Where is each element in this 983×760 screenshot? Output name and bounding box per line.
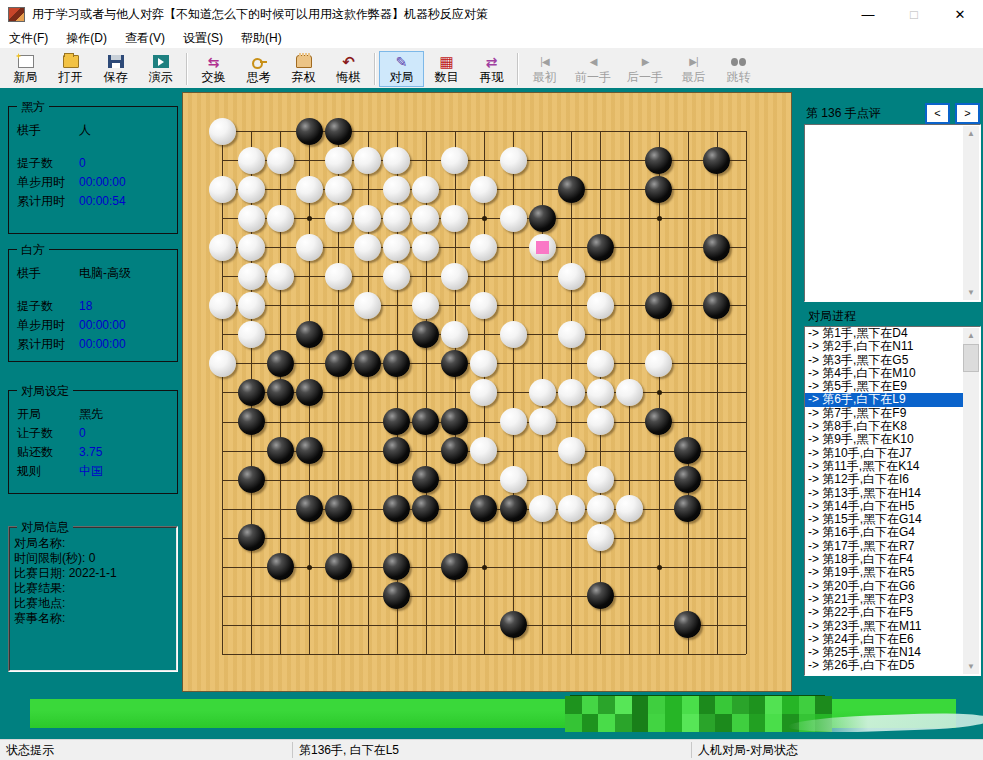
black-stone <box>587 582 614 609</box>
black-stone <box>645 292 672 319</box>
black-stone <box>267 553 294 580</box>
star-point <box>482 565 487 570</box>
go-board[interactable] <box>182 92 792 692</box>
black-stone <box>412 408 439 435</box>
swap-button[interactable]: ⇆交换 <box>191 51 236 87</box>
move-list-item[interactable]: -> 第7手,黑下在F9 <box>805 407 963 420</box>
white-stone <box>296 234 323 261</box>
black-stone <box>674 611 701 638</box>
last-move-marker <box>536 241 549 254</box>
black-stone <box>383 437 410 464</box>
menu-bar: 文件(F)操作(D)查看(V)设置(S)帮助(H) <box>0 28 983 49</box>
move-list-item[interactable]: -> 第21手,黑下在P3 <box>805 593 963 606</box>
first-move-button[interactable]: |◀最初 <box>522 51 567 87</box>
black-stone <box>325 118 352 145</box>
play-game-button[interactable]: ✎对局 <box>379 51 424 87</box>
demo-icon <box>153 53 169 70</box>
move-review-title: 第 136 手点评 <box>806 105 881 122</box>
field-label: 单步用时 <box>17 316 79 335</box>
new-game-button[interactable]: 新局 <box>3 51 48 87</box>
white-stone <box>238 234 265 261</box>
field-label: 开局 <box>17 405 79 424</box>
white-stone <box>587 292 614 319</box>
undo-button[interactable]: ↶悔棋 <box>326 51 371 87</box>
review-next-button[interactable]: > <box>955 103 980 124</box>
white-player-groupbox: 白方 棋手电脑-高级提子数18单步用时00:00:00累计用时00:00:00 <box>8 249 178 362</box>
review-prev-button[interactable]: < <box>925 103 950 124</box>
field-label: 让子数 <box>17 424 79 443</box>
black-stone <box>325 350 352 377</box>
toolbar-button-label: 交换 <box>202 71 226 84</box>
first-move-icon: |◀ <box>540 53 548 70</box>
move-list-item[interactable]: -> 第10手,白下在J7 <box>805 447 963 460</box>
field-value: 0 <box>79 424 86 443</box>
toolbar-button-label: 对局 <box>390 71 414 84</box>
move-list-item[interactable]: -> 第2手,白下在N11 <box>805 340 963 353</box>
game-info-line: 对局名称: <box>14 536 172 551</box>
black-stone <box>500 495 527 522</box>
think-key-button[interactable]: 思考 <box>236 51 281 87</box>
play-game-icon: ✎ <box>396 53 408 70</box>
move-list-item[interactable]: -> 第24手,白下在E6 <box>805 633 963 646</box>
think-key-icon <box>251 53 267 70</box>
black-stone <box>296 118 323 145</box>
scrollbar-thumb[interactable] <box>963 344 979 372</box>
black-stone <box>325 553 352 580</box>
menu-item-帮[interactable]: 帮助(H) <box>232 28 291 49</box>
black-stone <box>238 466 265 493</box>
status-mode: 人机对局-对局状态 <box>692 742 804 759</box>
white-stone <box>325 147 352 174</box>
field-label: 提子数 <box>17 154 79 173</box>
move-comment-box[interactable]: ▲ ▼ <box>804 124 981 302</box>
game-settings-groupbox: 对局设定 开局黑先让子数0贴还数3.75规则中国 <box>8 390 178 494</box>
white-stone <box>587 524 614 551</box>
close-button[interactable]: ✕ <box>937 0 983 28</box>
white-stone <box>267 205 294 232</box>
game-settings-title: 对局设定 <box>17 383 73 400</box>
white-stone <box>587 466 614 493</box>
title-bar: 用于学习或者与他人对弈【不知道怎么下的时候可以用用这款作弊器】机器秒反应对策 —… <box>0 0 983 28</box>
pass-hand-button[interactable]: 弃权 <box>281 51 326 87</box>
move-list-item[interactable]: -> 第22手,白下在F5 <box>805 606 963 619</box>
toolbar-button-label: 演示 <box>149 71 173 84</box>
field-label: 贴还数 <box>17 443 79 462</box>
swap-icon: ⇆ <box>208 53 220 70</box>
field-label: 累计用时 <box>17 335 79 354</box>
white-stone <box>238 263 265 290</box>
white-stone <box>238 205 265 232</box>
move-list[interactable]: -> 第1手,黑下在D4-> 第2手,白下在N11-> 第3手,黑下在G5-> … <box>804 326 981 676</box>
white-stone <box>470 350 497 377</box>
star-point <box>657 565 662 570</box>
white-stone <box>587 350 614 377</box>
white-stone <box>209 118 236 145</box>
demo-button[interactable]: 演示 <box>138 51 183 87</box>
white-stone <box>209 176 236 203</box>
last-move-icon: ▶| <box>689 53 697 70</box>
save-button[interactable]: 保存 <box>93 51 138 87</box>
black-stone <box>470 495 497 522</box>
count-button[interactable]: ▦数目 <box>424 51 469 87</box>
replay-button[interactable]: ⇄再现 <box>469 51 514 87</box>
field-value: 黑先 <box>79 405 103 424</box>
move-list-item[interactable]: -> 第16手,白下在G4 <box>805 526 963 539</box>
white-stone <box>558 379 585 406</box>
move-list-item[interactable]: -> 第8手,白下在K8 <box>805 420 963 433</box>
black-stone <box>674 437 701 464</box>
white-stone <box>470 176 497 203</box>
toolbar-button-label: 弃权 <box>292 71 316 84</box>
white-stone <box>441 205 468 232</box>
menu-item-文[interactable]: 文件(F) <box>0 28 57 49</box>
field-label: 累计用时 <box>17 192 79 211</box>
save-icon <box>108 53 124 70</box>
progress-title: 对局进程 <box>808 308 856 325</box>
menu-item-查[interactable]: 查看(V) <box>116 28 174 49</box>
white-stone <box>441 263 468 290</box>
field-value: 电脑-高级 <box>79 264 131 283</box>
white-stone <box>616 495 643 522</box>
game-info-box: 对局信息 对局名称:时间限制(秒): 0比赛日期: 2022-1-1比赛结果:比… <box>8 526 178 672</box>
white-stone <box>412 176 439 203</box>
scroll-down-icon[interactable]: ▼ <box>963 285 979 300</box>
black-stone <box>674 495 701 522</box>
white-stone <box>325 263 352 290</box>
toolbar-button-label: 前一手 <box>575 71 611 84</box>
field-value: 00:00:54 <box>79 192 126 211</box>
undo-icon: ↶ <box>342 53 355 70</box>
white-stone <box>500 408 527 435</box>
white-stone <box>412 292 439 319</box>
field-value: 0 <box>79 154 86 173</box>
toolbar-button-label: 再现 <box>480 71 504 84</box>
field-label: 规则 <box>17 462 79 481</box>
white-stone <box>500 147 527 174</box>
white-stone <box>616 379 643 406</box>
star-point <box>307 565 312 570</box>
white-stone <box>587 379 614 406</box>
move-list-item[interactable]: -> 第13手,黑下在H14 <box>805 487 963 500</box>
prev-move-button[interactable]: ◀前一手 <box>567 51 619 87</box>
maximize-button[interactable]: □ <box>891 0 937 28</box>
black-stone <box>383 350 410 377</box>
toolbar-button-label: 跳转 <box>727 71 751 84</box>
black-stone <box>703 292 730 319</box>
scroll-up-icon[interactable]: ▲ <box>963 126 979 141</box>
white-stone <box>500 321 527 348</box>
jump-button[interactable]: 跳转 <box>716 51 761 87</box>
field-value: 00:00:00 <box>79 335 126 354</box>
black-stone <box>267 379 294 406</box>
status-hint: 状态提示 <box>0 742 292 759</box>
white-stone <box>441 147 468 174</box>
black-stone <box>267 350 294 377</box>
star-point <box>482 216 487 221</box>
white-stone <box>558 437 585 464</box>
white-stone <box>500 466 527 493</box>
field-value: 3.75 <box>79 443 102 462</box>
prev-move-icon: ◀ <box>590 53 597 70</box>
black-stone <box>674 466 701 493</box>
black-stone <box>587 234 614 261</box>
white-stone <box>470 437 497 464</box>
toolbar-button-label: 后一手 <box>627 71 663 84</box>
pass-hand-icon <box>296 53 312 70</box>
black-stone <box>383 495 410 522</box>
toolbar-button-label: 最初 <box>533 71 557 84</box>
move-list-item[interactable]: -> 第20手,白下在G6 <box>805 580 963 593</box>
toolbar-button-label: 最后 <box>682 71 706 84</box>
black-player-groupbox: 黑方 棋手人提子数0单步用时00:00:00累计用时00:00:54 <box>8 106 178 234</box>
black-stone <box>267 437 294 464</box>
black-stone <box>529 205 556 232</box>
game-info-title: 对局信息 <box>17 519 73 536</box>
black-stone <box>441 553 468 580</box>
move-list-item[interactable]: -> 第4手,白下在M10 <box>805 367 963 380</box>
white-player-title: 白方 <box>17 242 49 259</box>
menu-item-操[interactable]: 操作(D) <box>57 28 116 49</box>
move-list-item[interactable]: -> 第15手,黑下在G14 <box>805 513 963 526</box>
move-list-item[interactable]: -> 第1手,黑下在D4 <box>805 327 963 340</box>
white-stone <box>412 234 439 261</box>
black-stone <box>238 408 265 435</box>
scroll-down-icon[interactable]: ▼ <box>963 659 979 674</box>
white-stone <box>238 292 265 319</box>
field-value: 人 <box>79 121 91 140</box>
grid-line <box>222 480 746 481</box>
move-list-item[interactable]: -> 第6手,白下在L9 <box>805 393 963 406</box>
black-stone <box>558 176 585 203</box>
grid-line <box>222 625 746 626</box>
black-stone <box>441 437 468 464</box>
black-stone <box>645 176 672 203</box>
game-info-line: 比赛结果: <box>14 581 172 596</box>
scroll-up-icon[interactable]: ▲ <box>963 328 979 343</box>
white-stone <box>325 205 352 232</box>
toolbar-button-label: 打开 <box>59 71 83 84</box>
grid-line <box>222 596 746 597</box>
black-stone <box>703 234 730 261</box>
move-list-item[interactable]: -> 第17手,黑下在R7 <box>805 540 963 553</box>
field-value: 18 <box>79 297 92 316</box>
toolbar-button-label: 数目 <box>435 71 459 84</box>
new-game-icon <box>18 53 34 70</box>
star-point <box>657 390 662 395</box>
white-stone <box>441 321 468 348</box>
white-stone <box>587 495 614 522</box>
black-stone <box>296 321 323 348</box>
white-stone <box>500 205 527 232</box>
last-move-button[interactable]: ▶|最后 <box>671 51 716 87</box>
toolbar: 新局打开保存演示⇆交换思考弃权↶悔棋✎对局▦数目⇄再现|◀最初◀前一手▶后一手▶… <box>0 49 983 88</box>
grid-line <box>222 654 746 655</box>
field-label: 单步用时 <box>17 173 79 192</box>
move-list-item[interactable]: -> 第25手,黑下在N14 <box>805 646 963 659</box>
white-stone <box>354 205 381 232</box>
count-icon: ▦ <box>439 53 453 70</box>
white-stone <box>238 176 265 203</box>
black-stone <box>296 437 323 464</box>
black-stone <box>383 582 410 609</box>
toolbar-button-label: 保存 <box>104 71 128 84</box>
green-banner <box>30 699 956 728</box>
minimize-button[interactable]: — <box>845 0 891 28</box>
game-info-line: 比赛地点: <box>14 596 172 611</box>
app-icon <box>8 7 25 22</box>
move-list-item[interactable]: -> 第11手,黑下在K14 <box>805 460 963 473</box>
white-stone <box>412 205 439 232</box>
field-value: 00:00:00 <box>79 173 126 192</box>
black-stone <box>412 321 439 348</box>
move-list-item[interactable]: -> 第23手,黑下在M11 <box>805 620 963 633</box>
toolbar-separator <box>517 53 519 85</box>
white-stone <box>470 234 497 261</box>
white-stone <box>645 350 672 377</box>
black-stone <box>296 379 323 406</box>
move-list-item[interactable]: -> 第12手,白下在I6 <box>805 473 963 486</box>
white-stone <box>209 234 236 261</box>
white-stone <box>267 147 294 174</box>
move-list-item[interactable]: -> 第19手,黑下在R5 <box>805 566 963 579</box>
toolbar-separator <box>374 53 376 85</box>
grid-line <box>222 538 746 539</box>
field-value: 00:00:00 <box>79 316 126 335</box>
white-stone <box>267 263 294 290</box>
black-stone <box>296 495 323 522</box>
comment-scrollbar[interactable]: ▲ ▼ <box>963 126 979 300</box>
white-stone <box>354 147 381 174</box>
white-stone <box>529 495 556 522</box>
grid-line <box>688 131 689 654</box>
white-stone <box>238 321 265 348</box>
open-file-button[interactable]: 打开 <box>48 51 93 87</box>
field-label: 棋手 <box>17 264 79 283</box>
black-stone <box>645 408 672 435</box>
white-stone <box>383 176 410 203</box>
move-list-item[interactable]: -> 第3手,黑下在G5 <box>805 354 963 367</box>
replay-icon: ⇄ <box>486 53 498 70</box>
toolbar-separator <box>186 53 188 85</box>
status-last-move: 第136手, 白下在L5 <box>293 742 691 759</box>
black-stone <box>325 495 352 522</box>
toolbar-button-label: 悔棋 <box>337 71 361 84</box>
white-stone <box>529 408 556 435</box>
white-stone <box>383 147 410 174</box>
black-stone <box>703 147 730 174</box>
star-point <box>307 216 312 221</box>
white-stone <box>209 350 236 377</box>
grid-line <box>746 131 747 654</box>
white-stone <box>383 234 410 261</box>
black-stone <box>441 350 468 377</box>
star-point <box>657 216 662 221</box>
jump-icon <box>731 53 747 70</box>
white-stone <box>470 379 497 406</box>
toolbar-button-label: 思考 <box>247 71 271 84</box>
field-label: 棋手 <box>17 121 79 140</box>
white-stone <box>558 321 585 348</box>
white-stone <box>558 263 585 290</box>
white-stone <box>470 292 497 319</box>
move-list-scrollbar[interactable]: ▲ ▼ <box>963 328 979 674</box>
black-player-title: 黑方 <box>17 99 49 116</box>
black-stone <box>238 524 265 551</box>
black-stone <box>412 466 439 493</box>
game-info-line: 时间限制(秒): 0 <box>14 551 172 566</box>
field-label: 提子数 <box>17 297 79 316</box>
game-info-line: 赛事名称: <box>14 611 172 626</box>
next-move-button[interactable]: ▶后一手 <box>619 51 671 87</box>
white-stone <box>383 263 410 290</box>
white-stone <box>354 234 381 261</box>
grid-line <box>717 131 718 654</box>
white-stone <box>296 176 323 203</box>
white-stone <box>354 292 381 319</box>
window-title: 用于学习或者与他人对弈【不知道怎么下的时候可以用用这款作弊器】机器秒反应对策 <box>32 6 488 23</box>
black-stone <box>383 553 410 580</box>
white-stone <box>383 205 410 232</box>
white-stone <box>209 292 236 319</box>
open-file-icon <box>63 53 79 70</box>
move-list-item[interactable]: -> 第26手,白下在D5 <box>805 659 963 672</box>
black-stone <box>645 147 672 174</box>
black-stone <box>383 408 410 435</box>
black-stone <box>500 611 527 638</box>
move-list-item[interactable]: -> 第5手,黑下在E9 <box>805 380 963 393</box>
game-info-line: 比赛日期: 2022-1-1 <box>14 566 172 581</box>
black-stone <box>412 495 439 522</box>
toolbar-button-label: 新局 <box>14 71 38 84</box>
move-list-item[interactable]: -> 第18手,白下在F4 <box>805 553 963 566</box>
menu-item-设[interactable]: 设置(S) <box>174 28 232 49</box>
white-stone <box>325 176 352 203</box>
white-stone <box>529 379 556 406</box>
move-list-item[interactable]: -> 第9手,黑下在K10 <box>805 433 963 446</box>
black-stone <box>354 350 381 377</box>
field-value: 中国 <box>79 462 103 481</box>
black-stone <box>441 408 468 435</box>
white-stone <box>238 147 265 174</box>
white-stone <box>587 408 614 435</box>
move-list-item[interactable]: -> 第14手,白下在H5 <box>805 500 963 513</box>
white-stone <box>558 495 585 522</box>
black-stone <box>238 379 265 406</box>
next-move-icon: ▶ <box>642 53 649 70</box>
status-bar: 状态提示 第136手, 白下在L5 人机对局-对局状态 <box>0 739 983 760</box>
